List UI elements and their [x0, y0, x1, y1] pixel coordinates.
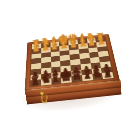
square: ♜	[102, 72, 114, 79]
square: ♛	[71, 75, 82, 82]
square: ♝	[51, 78, 62, 85]
black-knight: ♞	[92, 68, 104, 80]
white-pawn: ♟	[88, 39, 96, 47]
white-pawn: ♟	[97, 38, 105, 46]
white-pawn: ♟	[69, 41, 77, 49]
white-pawn: ♟	[60, 42, 68, 50]
product-photo: ♜♞♝♚♛♝♞♜♟♟♟♟♟♟♟♟♟♟♟♟♟♟♟♟♜♞♝♚♛♝♞♜	[0, 0, 140, 140]
white-pawn: ♟	[51, 43, 59, 51]
square: ♞	[92, 73, 103, 80]
white-pawn: ♟	[32, 45, 40, 53]
square	[70, 54, 80, 60]
white-pawn: ♟	[41, 44, 49, 52]
white-pawn: ♟	[79, 40, 87, 48]
board-grid: ♜♞♝♚♛♝♞♜♟♟♟♟♟♟♟♟♟♟♟♟♟♟♟♟♜♞♝♚♛♝♞♜	[30, 37, 113, 87]
brass-clasp	[40, 92, 47, 103]
square	[41, 57, 51, 63]
square: ♜	[30, 80, 40, 87]
black-knight: ♞	[40, 73, 52, 85]
clasp-hook-icon	[40, 94, 47, 102]
black-rook: ♜	[30, 76, 41, 87]
chess-box: ♜♞♝♚♛♝♞♜♟♟♟♟♟♟♟♟♟♟♟♟♟♟♟♟♜♞♝♚♛♝♞♜	[25, 34, 120, 90]
scene: ♜♞♝♚♛♝♞♜♟♟♟♟♟♟♟♟♟♟♟♟♟♟♟♟♜♞♝♚♛♝♞♜	[0, 0, 140, 140]
square: ♞	[41, 79, 51, 86]
black-rook: ♜	[103, 68, 114, 79]
